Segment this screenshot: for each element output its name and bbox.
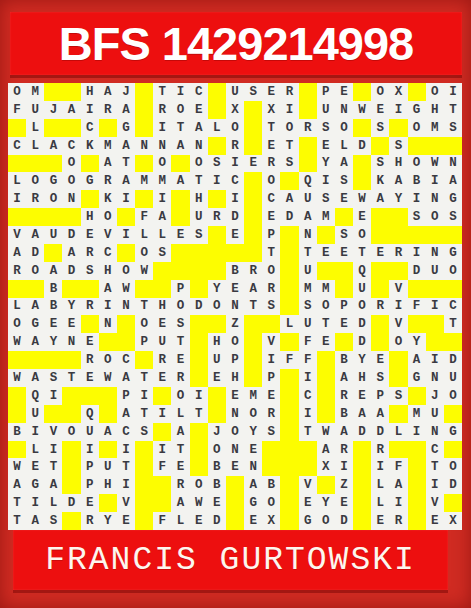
grid-cell: I: [226, 155, 244, 173]
grid-cell: H: [190, 190, 208, 208]
grid-cell: E: [117, 512, 135, 530]
grid-cell: U: [81, 423, 99, 441]
grid-cell: T: [444, 101, 462, 119]
grid-cell: E: [335, 83, 353, 101]
grid-cell: E: [335, 494, 353, 512]
grid-cell-blocked: [371, 137, 389, 155]
grid-cell: E: [335, 315, 353, 333]
grid-cell-blocked: [426, 280, 444, 298]
grid-cell-blocked: [444, 137, 462, 155]
grid-cell: T: [262, 244, 280, 262]
grid-cell: X: [226, 101, 244, 119]
grid-cell: T: [353, 244, 371, 262]
grid-cell-blocked: [190, 441, 208, 459]
grid-cell-blocked: [389, 351, 407, 369]
grid-cell: E: [226, 280, 244, 298]
grid-cell: S: [262, 298, 280, 316]
grid-cell: Y: [317, 494, 335, 512]
grid-cell-blocked: [262, 458, 280, 476]
grid-cell-blocked: [62, 83, 80, 101]
grid-cell: E: [81, 226, 99, 244]
grid-cell-blocked: [190, 458, 208, 476]
grid-cell-blocked: [317, 369, 335, 387]
grid-cell: H: [81, 208, 99, 226]
grid-cell: B: [335, 405, 353, 423]
grid-cell: N: [190, 137, 208, 155]
grid-cell: E: [244, 512, 262, 530]
grid-cell-blocked: [280, 441, 298, 459]
grid-cell: S: [262, 423, 280, 441]
grid-cell: I: [153, 190, 171, 208]
grid-cell: N: [335, 101, 353, 119]
grid-cell: E: [171, 458, 189, 476]
grid-cell-blocked: [444, 441, 462, 459]
grid-cell-blocked: [62, 512, 80, 530]
grid-cell: C: [190, 83, 208, 101]
grid-cell: Q: [299, 172, 317, 190]
grid-cell: R: [226, 137, 244, 155]
grid-cell-blocked: [26, 351, 44, 369]
grid-cell: P: [262, 369, 280, 387]
grid-cell: N: [426, 423, 444, 441]
grid-cell-blocked: [208, 226, 226, 244]
grid-cell: T: [44, 458, 62, 476]
grid-cell: I: [44, 387, 62, 405]
grid-cell: L: [371, 494, 389, 512]
grid-cell: P: [81, 458, 99, 476]
grid-cell: O: [8, 83, 26, 101]
grid-cell: O: [371, 83, 389, 101]
grid-cell: A: [117, 405, 135, 423]
grid-cell: L: [171, 405, 189, 423]
grid-cell: O: [171, 101, 189, 119]
grid-cell: T: [262, 119, 280, 137]
grid-cell: O: [135, 315, 153, 333]
grid-cell: O: [389, 333, 407, 351]
grid-cell: W: [426, 155, 444, 173]
grid-cell-blocked: [81, 280, 99, 298]
grid-cell: F: [8, 101, 26, 119]
grid-cell-blocked: [153, 387, 171, 405]
grid-cell: L: [171, 512, 189, 530]
grid-cell: A: [26, 298, 44, 316]
grid-cell-blocked: [117, 315, 135, 333]
grid-cell: O: [262, 494, 280, 512]
grid-cell: T: [171, 333, 189, 351]
grid-cell-blocked: [117, 244, 135, 262]
grid-cell: L: [371, 476, 389, 494]
grid-cell: J: [208, 423, 226, 441]
grid-cell: I: [153, 119, 171, 137]
grid-cell: R: [81, 512, 99, 530]
grid-cell: I: [335, 458, 353, 476]
grid-cell-blocked: [426, 226, 444, 244]
grid-cell: C: [426, 441, 444, 459]
grid-cell-blocked: [8, 387, 26, 405]
grid-cell: A: [99, 83, 117, 101]
grid-cell: O: [62, 155, 80, 173]
grid-cell-blocked: [280, 387, 298, 405]
grid-cell-blocked: [280, 512, 298, 530]
grid-cell: P: [135, 333, 153, 351]
grid-cell: G: [444, 190, 462, 208]
grid-cell: R: [26, 190, 44, 208]
grid-cell: P: [81, 476, 99, 494]
grid-cell: G: [299, 512, 317, 530]
grid-cell-blocked: [153, 494, 171, 512]
book-title: BFS 1429214998: [59, 16, 413, 71]
grid-cell: T: [299, 244, 317, 262]
grid-cell: T: [8, 512, 26, 530]
grid-cell: W: [8, 333, 26, 351]
grid-cell: E: [262, 208, 280, 226]
grid-cell-blocked: [8, 208, 26, 226]
grid-cell-blocked: [280, 262, 298, 280]
grid-cell: D: [353, 423, 371, 441]
grid-cell: V: [299, 476, 317, 494]
grid-cell: X: [317, 458, 335, 476]
grid-cell-blocked: [280, 226, 298, 244]
grid-cell-blocked: [317, 476, 335, 494]
grid-cell: T: [190, 172, 208, 190]
grid-cell: U: [26, 101, 44, 119]
grid-cell-blocked: [81, 315, 99, 333]
grid-cell-blocked: [208, 244, 226, 262]
grid-cell-blocked: [353, 494, 371, 512]
grid-cell: V: [8, 226, 26, 244]
grid-cell: T: [171, 441, 189, 459]
grid-cell: R: [335, 441, 353, 459]
grid-cell-blocked: [353, 476, 371, 494]
grid-cell: E: [335, 244, 353, 262]
grid-cell: I: [426, 476, 444, 494]
grid-cell: S: [244, 83, 262, 101]
grid-cell: R: [81, 298, 99, 316]
grid-cell: T: [426, 458, 444, 476]
grid-cell: U: [99, 458, 117, 476]
grid-cell: I: [117, 476, 135, 494]
grid-cell: E: [226, 226, 244, 244]
grid-cell: D: [62, 262, 80, 280]
grid-cell-blocked: [426, 137, 444, 155]
grid-cell: R: [262, 405, 280, 423]
grid-cell: R: [371, 441, 389, 459]
grid-cell-blocked: [44, 208, 62, 226]
grid-cell: Y: [389, 190, 407, 208]
grid-cell: H: [389, 155, 407, 173]
grid-cell: D: [353, 137, 371, 155]
grid-cell-blocked: [62, 476, 80, 494]
grid-cell-blocked: [244, 208, 262, 226]
grid-cell: I: [26, 494, 44, 512]
grid-cell-blocked: [371, 333, 389, 351]
grid-cell: X: [444, 512, 462, 530]
grid-cell-blocked: [226, 244, 244, 262]
grid-cell-blocked: [135, 351, 153, 369]
grid-cell: J: [117, 83, 135, 101]
grid-cell: V: [389, 315, 407, 333]
grid-cell-blocked: [389, 405, 407, 423]
grid-cell: A: [62, 244, 80, 262]
grid-cell: O: [153, 155, 171, 173]
grid-cell-blocked: [135, 458, 153, 476]
grid-cell: L: [26, 119, 44, 137]
grid-cell-blocked: [62, 119, 80, 137]
grid-cell: A: [26, 512, 44, 530]
grid-cell-blocked: [99, 387, 117, 405]
grid-cell: U: [44, 226, 62, 244]
grid-cell: D: [62, 494, 80, 512]
grid-cell: D: [208, 512, 226, 530]
grid-cell: N: [426, 244, 444, 262]
grid-cell: G: [408, 101, 426, 119]
grid-cell-blocked: [371, 315, 389, 333]
grid-cell: A: [371, 405, 389, 423]
grid-cell-blocked: [353, 512, 371, 530]
grid-cell-blocked: [44, 405, 62, 423]
grid-cell: I: [408, 244, 426, 262]
grid-cell: T: [190, 405, 208, 423]
grid-cell-blocked: [444, 333, 462, 351]
grid-cell-blocked: [389, 441, 407, 459]
grid-cell-blocked: [280, 458, 298, 476]
grid-cell: I: [299, 369, 317, 387]
grid-cell: E: [226, 458, 244, 476]
grid-cell-blocked: [135, 494, 153, 512]
grid-cell: I: [426, 172, 444, 190]
grid-cell: W: [317, 423, 335, 441]
grid-cell: T: [153, 83, 171, 101]
grid-cell-blocked: [190, 262, 208, 280]
grid-cell: I: [171, 83, 189, 101]
grid-cell: S: [335, 172, 353, 190]
grid-cell-blocked: [353, 441, 371, 459]
grid-cell: P: [262, 226, 280, 244]
grid-cell: B: [335, 351, 353, 369]
grid-cell: D: [335, 512, 353, 530]
grid-cell-blocked: [244, 137, 262, 155]
grid-cell: H: [426, 101, 444, 119]
grid-cell: A: [44, 137, 62, 155]
grid-cell: O: [444, 387, 462, 405]
grid-cell: L: [335, 137, 353, 155]
grid-cell-blocked: [299, 137, 317, 155]
puzzle-grid: OMHAJTICUSERPEOXOIFUJAIRAROEXXIUNWEIGHTL…: [8, 83, 462, 530]
grid-cell-blocked: [280, 244, 298, 262]
grid-cell-blocked: [226, 494, 244, 512]
grid-cell: C: [117, 423, 135, 441]
grid-cell-blocked: [44, 244, 62, 262]
grid-cell-blocked: [81, 190, 99, 208]
grid-cell-blocked: [389, 369, 407, 387]
grid-cell-blocked: [444, 226, 462, 244]
grid-cell: E: [371, 101, 389, 119]
grid-cell: G: [26, 315, 44, 333]
grid-cell: E: [371, 351, 389, 369]
grid-cell-blocked: [335, 262, 353, 280]
grid-cell: E: [317, 137, 335, 155]
grid-cell: E: [299, 494, 317, 512]
grid-cell-blocked: [8, 280, 26, 298]
grid-cell: U: [26, 405, 44, 423]
grid-cell-blocked: [280, 280, 298, 298]
grid-cell: I: [153, 405, 171, 423]
grid-cell: O: [171, 387, 189, 405]
grid-cell: S: [135, 423, 153, 441]
grid-cell: A: [389, 172, 407, 190]
grid-cell: I: [371, 458, 389, 476]
grid-cell: E: [208, 494, 226, 512]
grid-cell-blocked: [190, 244, 208, 262]
grid-cell: D: [408, 262, 426, 280]
grid-cell: O: [353, 298, 371, 316]
grid-cell: T: [299, 423, 317, 441]
grid-cell: S: [389, 137, 407, 155]
grid-cell: A: [335, 369, 353, 387]
grid-cell-blocked: [317, 226, 335, 244]
grid-cell: I: [99, 298, 117, 316]
grid-cell-blocked: [244, 190, 262, 208]
grid-cell: O: [26, 172, 44, 190]
grid-cell: A: [371, 190, 389, 208]
grid-cell: O: [62, 423, 80, 441]
grid-cell: R: [81, 351, 99, 369]
grid-cell: Q: [26, 387, 44, 405]
grid-cell: R: [299, 119, 317, 137]
grid-cell: S: [208, 155, 226, 173]
grid-cell: H: [353, 369, 371, 387]
grid-cell: E: [190, 101, 208, 119]
grid-cell: C: [262, 190, 280, 208]
grid-cell: T: [62, 369, 80, 387]
grid-cell: I: [226, 190, 244, 208]
grid-cell-blocked: [371, 208, 389, 226]
grid-cell: T: [117, 155, 135, 173]
grid-cell: A: [44, 476, 62, 494]
grid-cell: M: [99, 137, 117, 155]
grid-cell: N: [244, 458, 262, 476]
grid-cell: N: [135, 137, 153, 155]
grid-cell: L: [153, 226, 171, 244]
grid-cell: W: [117, 280, 135, 298]
author-banner: FRANCIS GURTOWSKI: [13, 530, 448, 590]
grid-cell-blocked: [353, 172, 371, 190]
grid-cell: S: [371, 155, 389, 173]
grid-cell-blocked: [208, 190, 226, 208]
grid-cell: Y: [208, 280, 226, 298]
grid-cell-blocked: [280, 423, 298, 441]
grid-cell-blocked: [8, 351, 26, 369]
grid-cell: O: [208, 441, 226, 459]
grid-cell: U: [190, 208, 208, 226]
grid-cell: A: [117, 369, 135, 387]
grid-cell: D: [444, 476, 462, 494]
grid-cell: U: [426, 262, 444, 280]
grid-cell: S: [389, 387, 407, 405]
grid-cell: I: [153, 441, 171, 459]
grid-cell-blocked: [26, 208, 44, 226]
grid-cell: R: [262, 280, 280, 298]
grid-cell: I: [26, 423, 44, 441]
book-cover: { "game": "crossword-fill-in", "cover": …: [0, 0, 471, 608]
grid-cell-blocked: [62, 405, 80, 423]
grid-cell: D: [62, 226, 80, 244]
grid-cell-blocked: [244, 369, 262, 387]
grid-cell: F: [280, 351, 298, 369]
title-banner: BFS 1429214998: [10, 12, 462, 75]
grid-cell: A: [244, 476, 262, 494]
grid-cell: A: [389, 476, 407, 494]
grid-cell: S: [81, 262, 99, 280]
grid-cell: A: [26, 333, 44, 351]
grid-cell: R: [153, 101, 171, 119]
grid-cell: A: [171, 137, 189, 155]
grid-cell: O: [317, 298, 335, 316]
grid-cell: E: [317, 244, 335, 262]
grid-cell-blocked: [8, 441, 26, 459]
grid-cell: O: [171, 298, 189, 316]
grid-cell: W: [8, 458, 26, 476]
grid-cell: S: [44, 369, 62, 387]
grid-cell-blocked: [408, 441, 426, 459]
grid-cell: T: [8, 494, 26, 512]
grid-cell: A: [117, 172, 135, 190]
grid-cell-blocked: [280, 476, 298, 494]
grid-cell: F: [153, 458, 171, 476]
grid-cell: L: [208, 119, 226, 137]
grid-cell: X: [262, 512, 280, 530]
grid-cell: I: [426, 298, 444, 316]
grid-cell: U: [153, 333, 171, 351]
grid-cell: T: [171, 119, 189, 137]
grid-cell-blocked: [153, 423, 171, 441]
grid-cell: A: [444, 172, 462, 190]
grid-cell-blocked: [153, 262, 171, 280]
grid-cell-blocked: [99, 119, 117, 137]
grid-cell: I: [81, 101, 99, 119]
grid-cell-blocked: [190, 280, 208, 298]
grid-cell: O: [262, 172, 280, 190]
grid-cell: F: [389, 458, 407, 476]
grid-cell: E: [190, 512, 208, 530]
grid-cell-blocked: [353, 83, 371, 101]
grid-cell: P: [317, 83, 335, 101]
grid-cell: E: [353, 208, 371, 226]
grid-cell: G: [81, 172, 99, 190]
grid-cell: A: [171, 172, 189, 190]
grid-cell-blocked: [99, 333, 117, 351]
grid-cell: H: [99, 476, 117, 494]
grid-cell-blocked: [408, 458, 426, 476]
grid-cell: W: [99, 369, 117, 387]
grid-cell: O: [8, 315, 26, 333]
grid-cell: J: [426, 387, 444, 405]
grid-cell: H: [226, 369, 244, 387]
grid-cell-blocked: [244, 172, 262, 190]
grid-cell: I: [408, 190, 426, 208]
grid-cell: M: [26, 83, 44, 101]
grid-cell: P: [371, 387, 389, 405]
grid-cell: A: [353, 405, 371, 423]
grid-cell: G: [44, 172, 62, 190]
grid-cell: A: [26, 369, 44, 387]
grid-cell: D: [371, 423, 389, 441]
grid-cell: S: [317, 119, 335, 137]
grid-cell: O: [444, 262, 462, 280]
grid-cell: A: [117, 137, 135, 155]
grid-cell-blocked: [62, 387, 80, 405]
grid-cell: L: [135, 226, 153, 244]
